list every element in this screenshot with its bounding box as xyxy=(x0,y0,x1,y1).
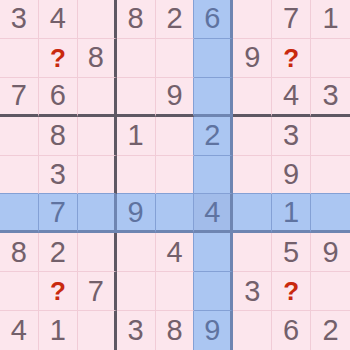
cell-r6c7[interactable] xyxy=(233,194,272,233)
cell-r6c5[interactable] xyxy=(156,194,195,233)
cell-r2c3[interactable]: 8 xyxy=(78,39,117,78)
cell-r5c9[interactable] xyxy=(311,156,350,195)
cell-r9c6[interactable]: 9 xyxy=(194,311,233,350)
cell-r3c3[interactable] xyxy=(78,78,117,117)
cell-r5c3[interactable] xyxy=(78,156,117,195)
cell-r2c2-question[interactable]: ? xyxy=(39,39,78,78)
sudoku-board: 3482671?89?76943812339794182459?73?41389… xyxy=(0,0,350,350)
cell-r1c5[interactable]: 2 xyxy=(156,0,195,39)
cell-r2c7[interactable]: 9 xyxy=(233,39,272,78)
cell-r9c8[interactable]: 6 xyxy=(272,311,311,350)
cell-r5c7[interactable] xyxy=(233,156,272,195)
cell-r2c6[interactable] xyxy=(194,39,233,78)
cell-r7c1[interactable]: 8 xyxy=(0,233,39,272)
cell-r6c4[interactable]: 9 xyxy=(117,194,156,233)
cell-r8c5[interactable] xyxy=(156,272,195,311)
cell-r7c7[interactable] xyxy=(233,233,272,272)
cell-r9c5[interactable]: 8 xyxy=(156,311,195,350)
cell-r5c8[interactable]: 9 xyxy=(272,156,311,195)
cell-r1c4[interactable]: 8 xyxy=(117,0,156,39)
cell-r1c2[interactable]: 4 xyxy=(39,0,78,39)
cell-r4c5[interactable] xyxy=(156,117,195,156)
cell-r8c6[interactable] xyxy=(194,272,233,311)
cell-r2c4[interactable] xyxy=(117,39,156,78)
cell-r3c5[interactable]: 9 xyxy=(156,78,195,117)
cell-r3c8[interactable]: 4 xyxy=(272,78,311,117)
cell-r4c6[interactable]: 2 xyxy=(194,117,233,156)
cell-r3c6[interactable] xyxy=(194,78,233,117)
cell-r8c7[interactable]: 3 xyxy=(233,272,272,311)
cell-r1c9[interactable]: 1 xyxy=(311,0,350,39)
cell-r5c4[interactable] xyxy=(117,156,156,195)
cell-r2c1[interactable] xyxy=(0,39,39,78)
cell-r9c4[interactable]: 3 xyxy=(117,311,156,350)
cell-r6c6[interactable]: 4 xyxy=(194,194,233,233)
cell-r8c1[interactable] xyxy=(0,272,39,311)
cell-r6c8[interactable]: 1 xyxy=(272,194,311,233)
cell-r7c3[interactable] xyxy=(78,233,117,272)
cell-r2c5[interactable] xyxy=(156,39,195,78)
cell-r1c3[interactable] xyxy=(78,0,117,39)
cell-r2c8-question[interactable]: ? xyxy=(272,39,311,78)
cell-r7c8[interactable]: 5 xyxy=(272,233,311,272)
cell-r6c1[interactable] xyxy=(0,194,39,233)
cell-r6c2[interactable]: 7 xyxy=(39,194,78,233)
cell-r3c1[interactable]: 7 xyxy=(0,78,39,117)
cell-r4c9[interactable] xyxy=(311,117,350,156)
cell-r9c3[interactable] xyxy=(78,311,117,350)
cell-r6c9[interactable] xyxy=(311,194,350,233)
cell-r9c7[interactable] xyxy=(233,311,272,350)
cell-r1c6[interactable]: 6 xyxy=(194,0,233,39)
cell-r1c1[interactable]: 3 xyxy=(0,0,39,39)
cell-r9c1[interactable]: 4 xyxy=(0,311,39,350)
cell-r8c9[interactable] xyxy=(311,272,350,311)
cell-r3c7[interactable] xyxy=(233,78,272,117)
cell-r7c2[interactable]: 2 xyxy=(39,233,78,272)
cell-r6c3[interactable] xyxy=(78,194,117,233)
cell-r3c9[interactable]: 3 xyxy=(311,78,350,117)
cell-r4c2[interactable]: 8 xyxy=(39,117,78,156)
cell-r4c3[interactable] xyxy=(78,117,117,156)
cell-r9c9[interactable]: 2 xyxy=(311,311,350,350)
cell-r8c4[interactable] xyxy=(117,272,156,311)
cell-r3c4[interactable] xyxy=(117,78,156,117)
cell-r2c9[interactable] xyxy=(311,39,350,78)
cell-r1c7[interactable] xyxy=(233,0,272,39)
cell-r3c2[interactable]: 6 xyxy=(39,78,78,117)
cell-r4c4[interactable]: 1 xyxy=(117,117,156,156)
cell-r8c3[interactable]: 7 xyxy=(78,272,117,311)
cell-r7c5[interactable]: 4 xyxy=(156,233,195,272)
cell-r4c8[interactable]: 3 xyxy=(272,117,311,156)
cell-r9c2[interactable]: 1 xyxy=(39,311,78,350)
cell-r8c8-question[interactable]: ? xyxy=(272,272,311,311)
cell-r4c1[interactable] xyxy=(0,117,39,156)
cell-r7c4[interactable] xyxy=(117,233,156,272)
cell-r5c6[interactable] xyxy=(194,156,233,195)
cell-r4c7[interactable] xyxy=(233,117,272,156)
cell-r5c2[interactable]: 3 xyxy=(39,156,78,195)
cell-r7c6[interactable] xyxy=(194,233,233,272)
cell-r1c8[interactable]: 7 xyxy=(272,0,311,39)
cell-r7c9[interactable]: 9 xyxy=(311,233,350,272)
cell-r5c5[interactable] xyxy=(156,156,195,195)
cell-r5c1[interactable] xyxy=(0,156,39,195)
cell-r8c2-question[interactable]: ? xyxy=(39,272,78,311)
